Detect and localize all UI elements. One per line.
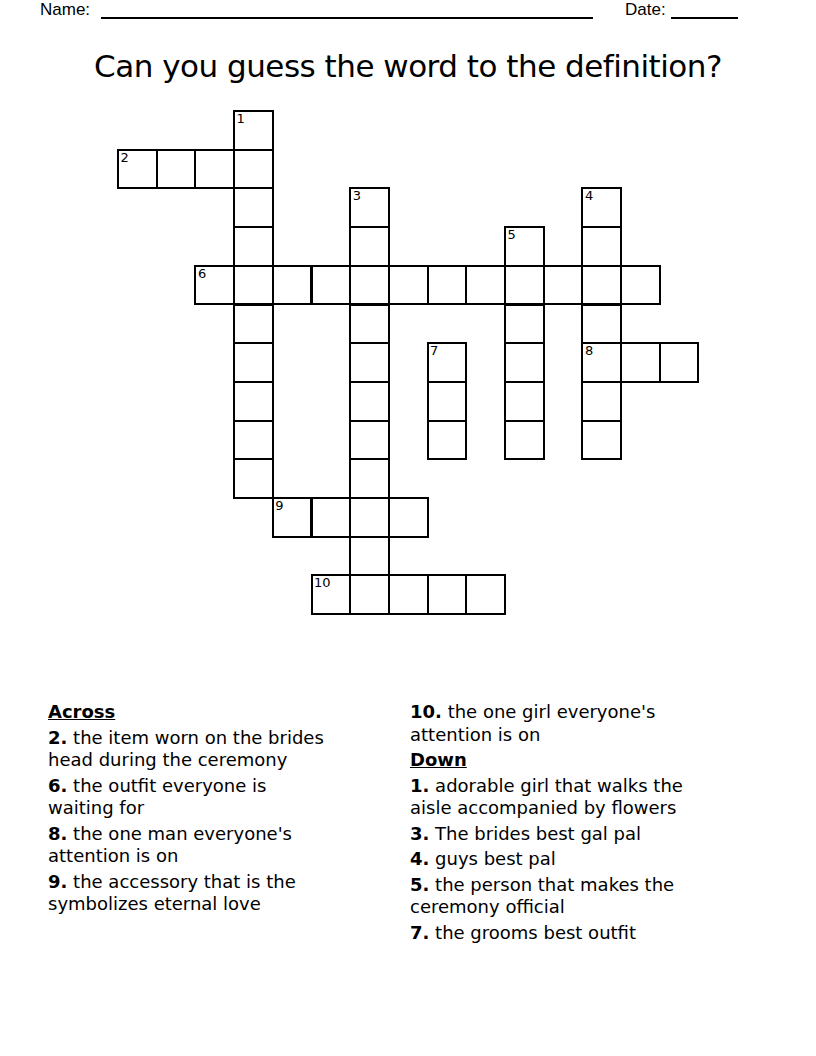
clue-text: The brides best gal pal — [435, 823, 641, 844]
grid-cell-r5-c4[interactable] — [233, 265, 274, 306]
grid-cell-r8-c11[interactable] — [504, 381, 545, 422]
grid-cell-r7-c4[interactable] — [233, 342, 274, 383]
cell-number-1: 1 — [237, 112, 245, 125]
clue-text: the one man everyone's attention is on — [48, 823, 292, 867]
clue-number-label: 8. — [48, 823, 67, 844]
date-label: Date: — [625, 1, 666, 18]
clue-text: the outfit everyone is waiting for — [48, 775, 266, 819]
grid-cell-r13-c7[interactable] — [349, 574, 390, 615]
grid-cell-r5-c6[interactable] — [311, 265, 352, 306]
grid-cell-r6-c4[interactable] — [233, 304, 274, 345]
cell-number-6: 6 — [198, 267, 206, 280]
grid-cell-r9-c7[interactable] — [349, 420, 390, 461]
clue-number-label: 2. — [48, 727, 67, 748]
clue-down-7: 7. the grooms best outfit — [410, 922, 764, 945]
clue-across-2: 2. the item worn on the brides head duri… — [48, 727, 398, 772]
grid-cell-r3-c4[interactable] — [233, 187, 274, 228]
clue-number-label: 10. — [410, 701, 442, 722]
clue-text: adorable girl that walks the aisle accom… — [410, 775, 683, 819]
date-fill-line — [671, 0, 738, 19]
grid-cell-r5-c9[interactable] — [427, 265, 468, 306]
cell-number-4: 4 — [585, 189, 593, 202]
clue-text: the person that makes the ceremony offic… — [410, 874, 674, 918]
clues-column-left: Across2. the item worn on the brides hea… — [48, 701, 398, 919]
grid-cell-r2-c4[interactable] — [233, 149, 274, 190]
grid-cell-r4-c4[interactable] — [233, 226, 274, 267]
puzzle-title: Can you guess the word to the definition… — [0, 48, 816, 84]
grid-cell-r6-c11[interactable] — [504, 304, 545, 345]
grid-cell-r5-c11[interactable] — [504, 265, 545, 306]
grid-cell-r4-c7[interactable] — [349, 226, 390, 267]
cell-number-2: 2 — [121, 151, 129, 164]
clue-text: the grooms best outfit — [435, 922, 636, 943]
cell-number-5: 5 — [508, 228, 516, 241]
grid-cell-r7-c7[interactable] — [349, 342, 390, 383]
grid-cell-r7-c11[interactable] — [504, 342, 545, 383]
clue-text: the one girl everyone's attention is on — [410, 701, 655, 745]
cell-number-3: 3 — [353, 189, 361, 202]
grid-cell-r9-c11[interactable] — [504, 420, 545, 461]
grid-cell-r4-c13[interactable] — [581, 226, 622, 267]
grid-cell-r10-c7[interactable] — [349, 458, 390, 499]
grid-cell-r2-c3[interactable] — [194, 149, 235, 190]
clue-across-8: 8. the one man everyone's attention is o… — [48, 823, 398, 868]
clue-down-1: 1. adorable girl that walks the aisle ac… — [410, 775, 764, 820]
across-header: Across — [48, 701, 398, 724]
grid-cell-r13-c10[interactable] — [465, 574, 506, 615]
clue-number-label: 4. — [410, 848, 429, 869]
grid-cell-r9-c13[interactable] — [581, 420, 622, 461]
grid-cell-r2-c2[interactable] — [156, 149, 197, 190]
clue-number-label: 9. — [48, 871, 67, 892]
grid-cell-r9-c9[interactable] — [427, 420, 468, 461]
grid-cell-r12-c7[interactable] — [349, 536, 390, 577]
clue-text: the accessory that is the symbolizes ete… — [48, 871, 296, 915]
grid-cell-r5-c12[interactable] — [543, 265, 584, 306]
grid-cell-r5-c5[interactable] — [272, 265, 313, 306]
clues-column-right: 10. the one girl everyone's attention is… — [410, 701, 764, 947]
grid-cell-r5-c8[interactable] — [388, 265, 429, 306]
grid-cell-r5-c10[interactable] — [465, 265, 506, 306]
grid-cell-r6-c7[interactable] — [349, 304, 390, 345]
worksheet-page: Name: Date: Can you guess the word to th… — [0, 0, 816, 1056]
grid-cell-r7-c15[interactable] — [659, 342, 700, 383]
grid-cell-r13-c9[interactable] — [427, 574, 468, 615]
grid-cell-r11-c6[interactable] — [311, 497, 352, 538]
clue-down-3: 3. The brides best gal pal — [410, 823, 764, 846]
clue-across-9: 9. the accessory that is the symbolizes … — [48, 871, 398, 916]
grid-cell-r5-c7[interactable] — [349, 265, 390, 306]
clue-number-label: 1. — [410, 775, 429, 796]
grid-cell-r6-c13[interactable] — [581, 304, 622, 345]
grid-cell-r7-c14[interactable] — [620, 342, 661, 383]
crossword-grid: 12345678910 — [117, 110, 699, 615]
grid-cell-r8-c13[interactable] — [581, 381, 622, 422]
grid-cell-r10-c4[interactable] — [233, 458, 274, 499]
clue-text: the item worn on the brides head during … — [48, 727, 324, 771]
clue-text: guys best pal — [435, 848, 556, 869]
clue-number-label: 5. — [410, 874, 429, 895]
clue-number-label: 7. — [410, 922, 429, 943]
grid-cell-r11-c7[interactable] — [349, 497, 390, 538]
grid-cell-r11-c8[interactable] — [388, 497, 429, 538]
name-fill-line — [101, 0, 593, 19]
grid-cell-r13-c8[interactable] — [388, 574, 429, 615]
grid-cell-r8-c9[interactable] — [427, 381, 468, 422]
cell-number-10: 10 — [314, 576, 331, 589]
name-label: Name: — [40, 1, 90, 18]
clue-number-label: 3. — [410, 823, 429, 844]
grid-cell-r5-c14[interactable] — [620, 265, 661, 306]
grid-cell-r8-c4[interactable] — [233, 381, 274, 422]
clue-down-4: 4. guys best pal — [410, 848, 764, 871]
grid-cell-r9-c4[interactable] — [233, 420, 274, 461]
cell-number-8: 8 — [585, 344, 593, 357]
down-header: Down — [410, 749, 764, 772]
clue-number-label: 6. — [48, 775, 67, 796]
clue-across-6: 6. the outfit everyone is waiting for — [48, 775, 398, 820]
cell-number-7: 7 — [430, 344, 438, 357]
grid-cell-r8-c7[interactable] — [349, 381, 390, 422]
grid-cell-r5-c13[interactable] — [581, 265, 622, 306]
clue-down-5: 5. the person that makes the ceremony of… — [410, 874, 764, 919]
cell-number-9: 9 — [275, 499, 283, 512]
clue-across-10: 10. the one girl everyone's attention is… — [410, 701, 764, 746]
